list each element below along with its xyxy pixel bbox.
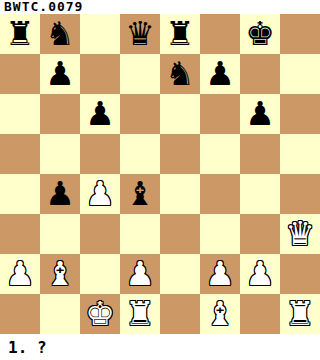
square-d3[interactable] bbox=[120, 214, 160, 254]
black-knight-e7[interactable]: ♞ bbox=[160, 54, 200, 94]
white-rook-h1[interactable]: ♜ bbox=[280, 294, 320, 334]
square-e4[interactable] bbox=[160, 174, 200, 214]
square-d6[interactable] bbox=[120, 94, 160, 134]
square-d8[interactable]: ♛ bbox=[120, 14, 160, 54]
square-g4[interactable] bbox=[240, 174, 280, 214]
white-pawn-g2[interactable]: ♟ bbox=[240, 254, 280, 294]
white-queen-h3[interactable]: ♛ bbox=[280, 214, 320, 254]
square-c8[interactable] bbox=[80, 14, 120, 54]
square-e1[interactable] bbox=[160, 294, 200, 334]
chess-diagram-window: BWTC.0079 ♜♞♛♜♚♟♞♟♟♟♟♟♝♛♟♝♟♟♟♚♜♝♜ 1. ? bbox=[0, 0, 320, 360]
square-b2[interactable]: ♝ bbox=[40, 254, 80, 294]
square-a6[interactable] bbox=[0, 94, 40, 134]
square-b1[interactable] bbox=[40, 294, 80, 334]
square-h6[interactable] bbox=[280, 94, 320, 134]
black-pawn-b4[interactable]: ♟ bbox=[40, 174, 80, 214]
white-king-c1[interactable]: ♚ bbox=[80, 294, 120, 334]
square-d1[interactable]: ♜ bbox=[120, 294, 160, 334]
square-e5[interactable] bbox=[160, 134, 200, 174]
white-bishop-f1[interactable]: ♝ bbox=[200, 294, 240, 334]
white-pawn-c4[interactable]: ♟ bbox=[80, 174, 120, 214]
square-f1[interactable]: ♝ bbox=[200, 294, 240, 334]
square-f4[interactable] bbox=[200, 174, 240, 214]
square-b3[interactable] bbox=[40, 214, 80, 254]
black-pawn-c6[interactable]: ♟ bbox=[80, 94, 120, 134]
white-pawn-f2[interactable]: ♟ bbox=[200, 254, 240, 294]
square-b6[interactable] bbox=[40, 94, 80, 134]
square-a8[interactable]: ♜ bbox=[0, 14, 40, 54]
square-h1[interactable]: ♜ bbox=[280, 294, 320, 334]
square-a5[interactable] bbox=[0, 134, 40, 174]
square-a3[interactable] bbox=[0, 214, 40, 254]
square-g5[interactable] bbox=[240, 134, 280, 174]
black-pawn-b7[interactable]: ♟ bbox=[40, 54, 80, 94]
square-e3[interactable] bbox=[160, 214, 200, 254]
square-g6[interactable]: ♟ bbox=[240, 94, 280, 134]
white-rook-d1[interactable]: ♜ bbox=[120, 294, 160, 334]
square-f7[interactable]: ♟ bbox=[200, 54, 240, 94]
square-h3[interactable]: ♛ bbox=[280, 214, 320, 254]
black-pawn-f7[interactable]: ♟ bbox=[200, 54, 240, 94]
square-a4[interactable] bbox=[0, 174, 40, 214]
black-king-g8[interactable]: ♚ bbox=[240, 14, 280, 54]
black-rook-e8[interactable]: ♜ bbox=[160, 14, 200, 54]
square-g2[interactable]: ♟ bbox=[240, 254, 280, 294]
square-a2[interactable]: ♟ bbox=[0, 254, 40, 294]
square-b5[interactable] bbox=[40, 134, 80, 174]
square-c2[interactable] bbox=[80, 254, 120, 294]
black-rook-a8[interactable]: ♜ bbox=[0, 14, 40, 54]
black-bishop-d4[interactable]: ♝ bbox=[120, 174, 160, 214]
square-e7[interactable]: ♞ bbox=[160, 54, 200, 94]
square-h8[interactable] bbox=[280, 14, 320, 54]
square-a1[interactable] bbox=[0, 294, 40, 334]
black-pawn-g6[interactable]: ♟ bbox=[240, 94, 280, 134]
square-g8[interactable]: ♚ bbox=[240, 14, 280, 54]
square-b7[interactable]: ♟ bbox=[40, 54, 80, 94]
square-c5[interactable] bbox=[80, 134, 120, 174]
square-h2[interactable] bbox=[280, 254, 320, 294]
diagram-title: BWTC.0079 bbox=[0, 0, 320, 14]
square-h5[interactable] bbox=[280, 134, 320, 174]
square-f3[interactable] bbox=[200, 214, 240, 254]
white-pawn-a2[interactable]: ♟ bbox=[0, 254, 40, 294]
square-g3[interactable] bbox=[240, 214, 280, 254]
square-f5[interactable] bbox=[200, 134, 240, 174]
chess-board: ♜♞♛♜♚♟♞♟♟♟♟♟♝♛♟♝♟♟♟♚♜♝♜ bbox=[0, 14, 320, 334]
square-g1[interactable] bbox=[240, 294, 280, 334]
square-h7[interactable] bbox=[280, 54, 320, 94]
square-d4[interactable]: ♝ bbox=[120, 174, 160, 214]
white-bishop-b2[interactable]: ♝ bbox=[40, 254, 80, 294]
square-c1[interactable]: ♚ bbox=[80, 294, 120, 334]
square-f6[interactable] bbox=[200, 94, 240, 134]
square-e8[interactable]: ♜ bbox=[160, 14, 200, 54]
square-d5[interactable] bbox=[120, 134, 160, 174]
move-prompt: 1. ? bbox=[0, 334, 320, 360]
square-c7[interactable] bbox=[80, 54, 120, 94]
square-f2[interactable]: ♟ bbox=[200, 254, 240, 294]
square-b8[interactable]: ♞ bbox=[40, 14, 80, 54]
square-f8[interactable] bbox=[200, 14, 240, 54]
square-c3[interactable] bbox=[80, 214, 120, 254]
square-e6[interactable] bbox=[160, 94, 200, 134]
black-queen-d8[interactable]: ♛ bbox=[120, 14, 160, 54]
square-h4[interactable] bbox=[280, 174, 320, 214]
square-a7[interactable] bbox=[0, 54, 40, 94]
square-c4[interactable]: ♟ bbox=[80, 174, 120, 214]
square-g7[interactable] bbox=[240, 54, 280, 94]
square-e2[interactable] bbox=[160, 254, 200, 294]
square-c6[interactable]: ♟ bbox=[80, 94, 120, 134]
square-d2[interactable]: ♟ bbox=[120, 254, 160, 294]
square-b4[interactable]: ♟ bbox=[40, 174, 80, 214]
black-knight-b8[interactable]: ♞ bbox=[40, 14, 80, 54]
square-d7[interactable] bbox=[120, 54, 160, 94]
white-pawn-d2[interactable]: ♟ bbox=[120, 254, 160, 294]
